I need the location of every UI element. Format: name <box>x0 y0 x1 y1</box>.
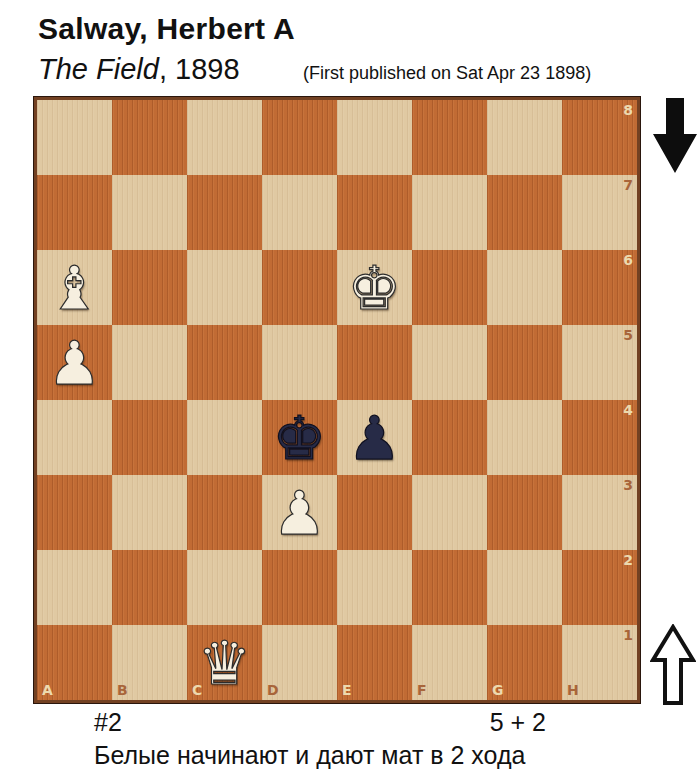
square-d3[interactable]: ♟ <box>262 475 337 550</box>
square-c8[interactable] <box>187 100 262 175</box>
square-f1[interactable]: F <box>412 625 487 700</box>
chessboard: 87♝♚6♟5♚♟4♟32AB♛CDEFG1H <box>34 97 640 703</box>
square-h4[interactable]: 4 <box>562 400 637 475</box>
square-b1[interactable]: B <box>112 625 187 700</box>
published-note: (First published on Sat Apr 23 1898) <box>303 63 591 84</box>
square-g5[interactable] <box>487 325 562 400</box>
square-d1[interactable]: D <box>262 625 337 700</box>
square-g3[interactable] <box>487 475 562 550</box>
file-label-g: G <box>492 682 504 698</box>
square-a2[interactable] <box>37 550 112 625</box>
square-f6[interactable] <box>412 250 487 325</box>
square-b7[interactable] <box>112 175 187 250</box>
square-e4[interactable]: ♟ <box>337 400 412 475</box>
square-f8[interactable] <box>412 100 487 175</box>
square-c7[interactable] <box>187 175 262 250</box>
rank-label-7: 7 <box>623 177 633 193</box>
square-a3[interactable] <box>37 475 112 550</box>
square-h6[interactable]: 6 <box>562 250 637 325</box>
source-year: , 1898 <box>159 53 240 85</box>
black-king[interactable]: ♚ <box>273 408 327 468</box>
square-e1[interactable]: E <box>337 625 412 700</box>
square-h5[interactable]: 5 <box>562 325 637 400</box>
black-down-arrow-icon <box>652 98 698 174</box>
square-f7[interactable] <box>412 175 487 250</box>
stipulation-label: #2 <box>94 708 122 737</box>
square-b2[interactable] <box>112 550 187 625</box>
square-h7[interactable]: 7 <box>562 175 637 250</box>
white-pawn[interactable]: ♟ <box>48 333 102 393</box>
square-d5[interactable] <box>262 325 337 400</box>
square-b6[interactable] <box>112 250 187 325</box>
file-label-b: B <box>117 682 128 698</box>
rank-label-2: 2 <box>623 552 633 568</box>
square-a5[interactable]: ♟ <box>37 325 112 400</box>
square-c4[interactable] <box>187 400 262 475</box>
square-c3[interactable] <box>187 475 262 550</box>
square-g4[interactable] <box>487 400 562 475</box>
square-d8[interactable] <box>262 100 337 175</box>
square-d7[interactable] <box>262 175 337 250</box>
square-b3[interactable] <box>112 475 187 550</box>
square-d4[interactable]: ♚ <box>262 400 337 475</box>
source-title: The Field <box>38 53 159 85</box>
square-f4[interactable] <box>412 400 487 475</box>
problem-author: Salway, Herbert A <box>38 12 295 46</box>
black-pawn[interactable]: ♟ <box>348 408 402 468</box>
square-d6[interactable] <box>262 250 337 325</box>
file-label-a: A <box>42 682 53 698</box>
file-label-f: F <box>417 682 427 698</box>
square-a6[interactable]: ♝ <box>37 250 112 325</box>
file-label-d: D <box>267 682 279 698</box>
square-d2[interactable] <box>262 550 337 625</box>
white-bishop[interactable]: ♝ <box>48 258 102 318</box>
square-a1[interactable]: A <box>37 625 112 700</box>
square-a8[interactable] <box>37 100 112 175</box>
square-f2[interactable] <box>412 550 487 625</box>
rank-label-8: 8 <box>623 102 633 118</box>
square-c5[interactable] <box>187 325 262 400</box>
rank-label-5: 5 <box>623 327 633 343</box>
square-h2[interactable]: 2 <box>562 550 637 625</box>
square-e2[interactable] <box>337 550 412 625</box>
square-g2[interactable] <box>487 550 562 625</box>
square-e6[interactable]: ♚ <box>337 250 412 325</box>
square-b8[interactable] <box>112 100 187 175</box>
white-king[interactable]: ♚ <box>348 258 402 318</box>
square-h3[interactable]: 3 <box>562 475 637 550</box>
page: Salway, Herbert A The Field, 1898 (First… <box>0 0 700 778</box>
square-e5[interactable] <box>337 325 412 400</box>
square-c1[interactable]: ♛C <box>187 625 262 700</box>
square-g8[interactable] <box>487 100 562 175</box>
white-pawn[interactable]: ♟ <box>273 483 327 543</box>
square-c6[interactable] <box>187 250 262 325</box>
square-c2[interactable] <box>187 550 262 625</box>
caption-row: #2 5 + 2 <box>94 708 546 737</box>
rank-label-1: 1 <box>623 627 633 643</box>
square-b5[interactable] <box>112 325 187 400</box>
rank-label-3: 3 <box>623 477 633 493</box>
square-e8[interactable] <box>337 100 412 175</box>
square-e7[interactable] <box>337 175 412 250</box>
square-b4[interactable] <box>112 400 187 475</box>
square-f5[interactable] <box>412 325 487 400</box>
instruction-text: Белые начинают и дают мат в 2 хода <box>94 741 525 770</box>
square-g1[interactable]: G <box>487 625 562 700</box>
material-count-label: 5 + 2 <box>490 708 546 737</box>
square-h1[interactable]: 1H <box>562 625 637 700</box>
file-label-e: E <box>342 682 352 698</box>
square-h8[interactable]: 8 <box>562 100 637 175</box>
square-g7[interactable] <box>487 175 562 250</box>
square-a4[interactable] <box>37 400 112 475</box>
white-up-arrow-icon <box>650 624 696 706</box>
rank-label-6: 6 <box>623 252 633 268</box>
file-label-h: H <box>567 682 579 698</box>
square-e3[interactable] <box>337 475 412 550</box>
white-queen[interactable]: ♛ <box>198 633 252 693</box>
file-label-c: C <box>192 682 202 698</box>
square-f3[interactable] <box>412 475 487 550</box>
rank-label-4: 4 <box>623 402 633 418</box>
square-a7[interactable] <box>37 175 112 250</box>
square-g6[interactable] <box>487 250 562 325</box>
problem-source-line: The Field, 1898 <box>38 53 240 86</box>
